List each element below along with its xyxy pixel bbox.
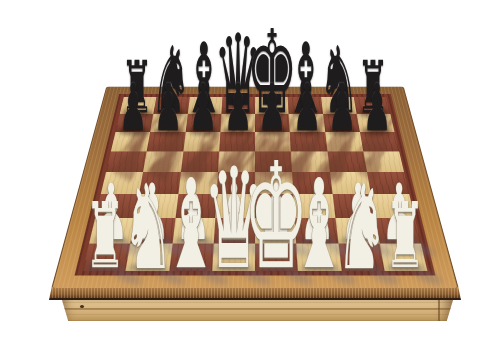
square-g8 <box>321 97 357 114</box>
square-a2 <box>89 218 135 244</box>
square-d1 <box>212 243 255 271</box>
square-f2 <box>295 218 338 244</box>
drawer-groove <box>438 300 440 321</box>
box-seam <box>62 308 453 310</box>
square-c3 <box>175 194 216 218</box>
square-d4 <box>216 172 255 194</box>
square-f3 <box>294 194 335 218</box>
square-e2 <box>255 218 296 244</box>
square-a6 <box>111 132 150 151</box>
square-e8 <box>255 97 289 114</box>
storage-box-front <box>62 300 453 321</box>
square-g1 <box>338 243 384 271</box>
square-f1 <box>296 243 341 271</box>
square-d5 <box>218 151 255 172</box>
square-g3 <box>332 194 375 218</box>
square-e3 <box>255 194 295 218</box>
square-a8 <box>120 97 157 114</box>
board-front-edge <box>49 288 461 300</box>
chess-set-photo: ♜♞♝♛♚♝♞♜♟♟♟♟♟♟♟♟♜♞♝♛♚♝♞♜♟♟♟♟♟♟♟♟♟♟♟♟♟♟♟♟… <box>0 0 500 341</box>
square-a3 <box>95 194 139 218</box>
square-c5 <box>181 151 219 172</box>
square-e5 <box>255 151 292 172</box>
square-b2 <box>131 218 175 244</box>
square-e6 <box>255 132 291 151</box>
square-e4 <box>255 172 294 194</box>
square-h5 <box>363 151 404 172</box>
square-d3 <box>215 194 255 218</box>
square-g6 <box>325 132 363 151</box>
square-b3 <box>135 194 178 218</box>
square-a4 <box>101 172 143 194</box>
square-c7 <box>185 114 221 132</box>
square-h7 <box>356 114 394 132</box>
square-f5 <box>291 151 329 172</box>
square-d8 <box>221 97 255 114</box>
square-b1 <box>126 243 172 271</box>
board-frame <box>51 87 459 289</box>
square-b4 <box>139 172 180 194</box>
square-f8 <box>288 97 323 114</box>
square-b6 <box>147 132 185 151</box>
square-a1 <box>83 243 131 271</box>
square-h4 <box>367 172 409 194</box>
square-c8 <box>187 97 222 114</box>
square-e7 <box>255 114 290 132</box>
square-a7 <box>115 114 153 132</box>
chessboard <box>51 87 459 289</box>
square-h8 <box>353 97 390 114</box>
square-g4 <box>330 172 371 194</box>
square-d6 <box>219 132 255 151</box>
square-b8 <box>154 97 190 114</box>
square-h2 <box>375 218 421 244</box>
square-h6 <box>360 132 399 151</box>
square-d2 <box>214 218 255 244</box>
wood-knot <box>80 305 84 308</box>
board-inlay-border <box>75 94 436 275</box>
board-grid <box>83 97 428 271</box>
square-d7 <box>220 114 255 132</box>
square-c1 <box>169 243 214 271</box>
square-h1 <box>379 243 427 271</box>
square-h3 <box>371 194 415 218</box>
square-g2 <box>335 218 379 244</box>
square-f6 <box>290 132 327 151</box>
square-g7 <box>323 114 360 132</box>
square-c2 <box>172 218 215 244</box>
square-g5 <box>327 151 367 172</box>
square-c6 <box>183 132 220 151</box>
square-b5 <box>143 151 183 172</box>
square-e1 <box>255 243 298 271</box>
square-f4 <box>292 172 332 194</box>
square-a5 <box>106 151 147 172</box>
square-b7 <box>150 114 187 132</box>
square-f7 <box>289 114 325 132</box>
square-c4 <box>178 172 218 194</box>
